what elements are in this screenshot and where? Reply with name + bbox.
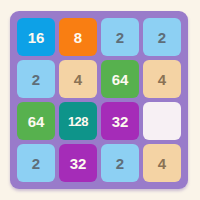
- tile-2: 2: [17, 144, 55, 182]
- tile-128: 128: [59, 102, 97, 140]
- tile-2: 2: [17, 60, 55, 98]
- tile-4: 4: [59, 60, 97, 98]
- tile-2: 2: [101, 18, 139, 56]
- tile-32: 32: [59, 144, 97, 182]
- tile-4: 4: [143, 144, 181, 182]
- tile-64: 64: [17, 102, 55, 140]
- tile-8: 8: [59, 18, 97, 56]
- tile-2: 2: [101, 144, 139, 182]
- tile-32: 32: [101, 102, 139, 140]
- tile-4: 4: [143, 60, 181, 98]
- game-board-2048[interactable]: 1682224644641283223224: [10, 11, 188, 189]
- tile-16: 16: [17, 18, 55, 56]
- app-background: 1682224644641283223224: [0, 0, 200, 200]
- tile-64: 64: [101, 60, 139, 98]
- empty-cell: [143, 102, 181, 140]
- tile-2: 2: [143, 18, 181, 56]
